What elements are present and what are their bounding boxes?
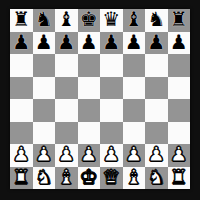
black-rook[interactable]: ♜ — [12, 9, 30, 29]
black-pawn[interactable]: ♟ — [35, 32, 53, 52]
square-b6[interactable] — [33, 54, 56, 77]
square-h3[interactable] — [168, 122, 191, 145]
square-f5[interactable] — [123, 77, 146, 100]
black-pawn[interactable]: ♟ — [80, 32, 98, 52]
square-g7[interactable]: ♟ — [145, 32, 168, 55]
white-pawn[interactable]: ♟ — [147, 144, 165, 164]
square-c2[interactable]: ♟ — [55, 144, 78, 167]
square-b2[interactable]: ♟ — [33, 144, 56, 167]
white-pawn[interactable]: ♟ — [80, 144, 98, 164]
black-bishop[interactable]: ♝ — [57, 9, 75, 29]
square-g6[interactable] — [145, 54, 168, 77]
square-e2[interactable]: ♟ — [100, 144, 123, 167]
white-pawn[interactable]: ♟ — [102, 144, 120, 164]
black-knight[interactable]: ♞ — [147, 9, 165, 29]
square-e4[interactable] — [100, 99, 123, 122]
black-pawn[interactable]: ♟ — [147, 32, 165, 52]
square-b5[interactable] — [33, 77, 56, 100]
white-pawn[interactable]: ♟ — [35, 144, 53, 164]
square-a2[interactable]: ♟ — [10, 144, 33, 167]
square-e3[interactable] — [100, 122, 123, 145]
square-f7[interactable]: ♟ — [123, 32, 146, 55]
black-rook[interactable]: ♜ — [170, 9, 188, 29]
square-c5[interactable] — [55, 77, 78, 100]
square-f8[interactable]: ♝ — [123, 9, 146, 32]
app-background: { "game": "chess", "window": { "backgrou… — [0, 0, 200, 200]
white-rook[interactable]: ♜ — [170, 167, 188, 187]
white-pawn[interactable]: ♟ — [170, 144, 188, 164]
square-d3[interactable] — [78, 122, 101, 145]
square-d8[interactable]: ♚ — [78, 9, 101, 32]
square-b1[interactable]: ♞ — [33, 167, 56, 190]
square-b3[interactable] — [33, 122, 56, 145]
square-f1[interactable]: ♝ — [123, 167, 146, 190]
square-b8[interactable]: ♞ — [33, 9, 56, 32]
square-e5[interactable] — [100, 77, 123, 100]
square-a8[interactable]: ♜ — [10, 9, 33, 32]
square-h8[interactable]: ♜ — [168, 9, 191, 32]
square-f2[interactable]: ♟ — [123, 144, 146, 167]
square-g8[interactable]: ♞ — [145, 9, 168, 32]
black-knight[interactable]: ♞ — [35, 9, 53, 29]
square-b7[interactable]: ♟ — [33, 32, 56, 55]
square-a6[interactable] — [10, 54, 33, 77]
square-a3[interactable] — [10, 122, 33, 145]
square-d2[interactable]: ♟ — [78, 144, 101, 167]
chess-board: ♜♞♝♚♛♝♞♜♟♟♟♟♟♟♟♟♟♟♟♟♟♟♟♟♜♞♝♚♛♝♞♜ — [10, 9, 190, 189]
black-pawn[interactable]: ♟ — [57, 32, 75, 52]
square-h5[interactable] — [168, 77, 191, 100]
square-c4[interactable] — [55, 99, 78, 122]
white-knight[interactable]: ♞ — [147, 167, 165, 187]
square-b4[interactable] — [33, 99, 56, 122]
square-g5[interactable] — [145, 77, 168, 100]
square-d4[interactable] — [78, 99, 101, 122]
white-knight[interactable]: ♞ — [35, 167, 53, 187]
square-e8[interactable]: ♛ — [100, 9, 123, 32]
black-pawn[interactable]: ♟ — [102, 32, 120, 52]
square-h1[interactable]: ♜ — [168, 167, 191, 190]
square-f3[interactable] — [123, 122, 146, 145]
square-g2[interactable]: ♟ — [145, 144, 168, 167]
square-c8[interactable]: ♝ — [55, 9, 78, 32]
square-d6[interactable] — [78, 54, 101, 77]
black-queen[interactable]: ♛ — [102, 9, 120, 29]
square-a7[interactable]: ♟ — [10, 32, 33, 55]
square-c6[interactable] — [55, 54, 78, 77]
square-g3[interactable] — [145, 122, 168, 145]
square-c1[interactable]: ♝ — [55, 167, 78, 190]
square-a5[interactable] — [10, 77, 33, 100]
square-h6[interactable] — [168, 54, 191, 77]
white-bishop[interactable]: ♝ — [125, 167, 143, 187]
black-bishop[interactable]: ♝ — [125, 9, 143, 29]
white-queen[interactable]: ♛ — [102, 167, 120, 187]
square-c3[interactable] — [55, 122, 78, 145]
black-pawn[interactable]: ♟ — [12, 32, 30, 52]
white-pawn[interactable]: ♟ — [12, 144, 30, 164]
square-d7[interactable]: ♟ — [78, 32, 101, 55]
white-king[interactable]: ♚ — [80, 167, 98, 187]
square-g1[interactable]: ♞ — [145, 167, 168, 190]
black-pawn[interactable]: ♟ — [125, 32, 143, 52]
square-h2[interactable]: ♟ — [168, 144, 191, 167]
square-g4[interactable] — [145, 99, 168, 122]
white-pawn[interactable]: ♟ — [125, 144, 143, 164]
square-e6[interactable] — [100, 54, 123, 77]
white-rook[interactable]: ♜ — [12, 167, 30, 187]
square-h7[interactable]: ♟ — [168, 32, 191, 55]
black-pawn[interactable]: ♟ — [170, 32, 188, 52]
square-a4[interactable] — [10, 99, 33, 122]
square-a1[interactable]: ♜ — [10, 167, 33, 190]
white-pawn[interactable]: ♟ — [57, 144, 75, 164]
square-f4[interactable] — [123, 99, 146, 122]
square-f6[interactable] — [123, 54, 146, 77]
black-king[interactable]: ♚ — [80, 9, 98, 29]
square-e1[interactable]: ♛ — [100, 167, 123, 190]
square-c7[interactable]: ♟ — [55, 32, 78, 55]
square-d1[interactable]: ♚ — [78, 167, 101, 190]
square-e7[interactable]: ♟ — [100, 32, 123, 55]
square-h4[interactable] — [168, 99, 191, 122]
white-bishop[interactable]: ♝ — [57, 167, 75, 187]
square-d5[interactable] — [78, 77, 101, 100]
